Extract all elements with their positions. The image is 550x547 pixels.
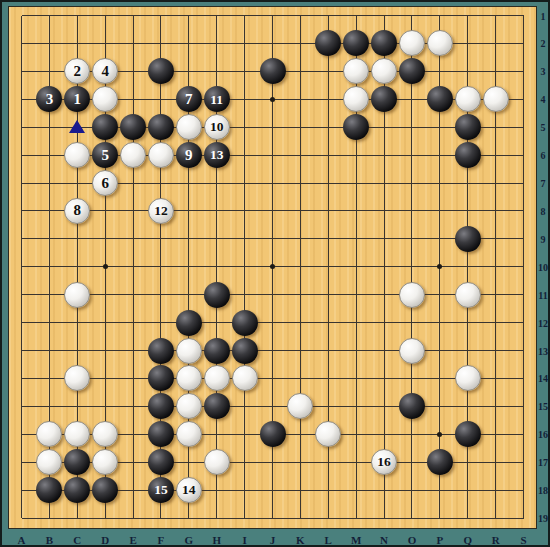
move-number-13: 13 bbox=[210, 148, 224, 162]
move-number-4: 4 bbox=[101, 64, 109, 79]
stone-white-D7: 6 bbox=[92, 170, 118, 196]
stone-white-H5: 10 bbox=[204, 114, 230, 140]
column-label-G: G bbox=[185, 534, 194, 546]
column-label-C: C bbox=[73, 534, 81, 546]
move-number-8: 8 bbox=[74, 203, 82, 218]
move-number-7: 7 bbox=[185, 92, 193, 107]
stone-black-Q16 bbox=[455, 421, 481, 447]
stone-black-Q5 bbox=[455, 114, 481, 140]
stone-black-G4: 7 bbox=[176, 86, 202, 112]
star-point-J4 bbox=[270, 97, 275, 102]
stone-black-J3 bbox=[260, 58, 286, 84]
column-label-E: E bbox=[129, 534, 136, 546]
stone-black-P4 bbox=[427, 86, 453, 112]
row-label-15: 15 bbox=[538, 401, 548, 412]
stone-black-H15 bbox=[204, 393, 230, 419]
move-number-15: 15 bbox=[154, 483, 168, 497]
stone-white-I14 bbox=[232, 365, 258, 391]
column-label-B: B bbox=[46, 534, 53, 546]
row-label-14: 14 bbox=[538, 373, 548, 384]
stone-white-H17 bbox=[204, 449, 230, 475]
stone-white-R4 bbox=[483, 86, 509, 112]
row-label-10: 10 bbox=[538, 261, 548, 272]
stone-black-F17 bbox=[148, 449, 174, 475]
stone-black-F13 bbox=[148, 338, 174, 364]
column-label-S: S bbox=[520, 534, 526, 546]
column-label-P: P bbox=[436, 534, 443, 546]
row-label-11: 11 bbox=[538, 289, 547, 300]
move-number-11: 11 bbox=[210, 93, 223, 107]
stone-black-F18: 15 bbox=[148, 477, 174, 503]
stone-black-P17 bbox=[427, 449, 453, 475]
stone-black-G6: 9 bbox=[176, 142, 202, 168]
move-number-16: 16 bbox=[377, 455, 391, 469]
row-label-6: 6 bbox=[541, 150, 546, 161]
star-point-D10 bbox=[103, 264, 108, 269]
stone-black-Q6 bbox=[455, 142, 481, 168]
row-label-3: 3 bbox=[541, 66, 546, 77]
grid-hline bbox=[22, 518, 524, 519]
stone-white-O11 bbox=[399, 282, 425, 308]
stone-black-H13 bbox=[204, 338, 230, 364]
stone-white-C11 bbox=[64, 282, 90, 308]
stone-white-H14 bbox=[204, 365, 230, 391]
column-label-J: J bbox=[270, 534, 276, 546]
move-number-1: 1 bbox=[74, 92, 82, 107]
row-label-5: 5 bbox=[541, 122, 546, 133]
stone-black-H4: 11 bbox=[204, 86, 230, 112]
column-label-I: I bbox=[242, 534, 246, 546]
column-label-A: A bbox=[18, 534, 26, 546]
stone-black-I12 bbox=[232, 310, 258, 336]
go-diagram-window: 24317111059136812161514ABCDEFGHIJKLMNOPQ… bbox=[0, 0, 550, 547]
column-label-L: L bbox=[325, 534, 332, 546]
move-number-9: 9 bbox=[185, 148, 193, 163]
row-label-12: 12 bbox=[538, 317, 548, 328]
move-number-3: 3 bbox=[46, 92, 54, 107]
stone-white-G18: 14 bbox=[176, 477, 202, 503]
row-label-7: 7 bbox=[541, 178, 546, 189]
row-label-4: 4 bbox=[541, 94, 546, 105]
move-number-5: 5 bbox=[101, 148, 109, 163]
row-label-1: 1 bbox=[541, 10, 546, 21]
move-number-2: 2 bbox=[74, 64, 82, 79]
grid-hline bbox=[22, 294, 524, 295]
column-label-N: N bbox=[380, 534, 388, 546]
stone-black-F5 bbox=[148, 114, 174, 140]
column-label-O: O bbox=[408, 534, 417, 546]
grid-vline bbox=[411, 16, 412, 519]
column-label-F: F bbox=[158, 534, 165, 546]
stone-white-F6 bbox=[148, 142, 174, 168]
column-label-Q: Q bbox=[463, 534, 472, 546]
move-number-6: 6 bbox=[101, 176, 109, 191]
column-label-R: R bbox=[492, 534, 500, 546]
stone-black-I13 bbox=[232, 338, 258, 364]
move-number-12: 12 bbox=[154, 204, 168, 218]
grid-vline bbox=[300, 16, 301, 519]
row-label-17: 17 bbox=[538, 457, 548, 468]
column-label-H: H bbox=[212, 534, 221, 546]
column-label-M: M bbox=[351, 534, 361, 546]
stone-white-O13 bbox=[399, 338, 425, 364]
row-label-9: 9 bbox=[541, 233, 546, 244]
stone-white-G5 bbox=[176, 114, 202, 140]
grid-vline bbox=[523, 16, 524, 519]
stone-white-G16 bbox=[176, 421, 202, 447]
stone-white-F8: 12 bbox=[148, 198, 174, 224]
row-label-18: 18 bbox=[538, 485, 548, 496]
stone-white-G13 bbox=[176, 338, 202, 364]
grid-hline bbox=[22, 350, 524, 351]
stone-white-E6 bbox=[120, 142, 146, 168]
grid-hline bbox=[22, 322, 524, 323]
row-label-2: 2 bbox=[541, 38, 546, 49]
stone-white-Q4 bbox=[455, 86, 481, 112]
stone-white-Q11 bbox=[455, 282, 481, 308]
row-label-16: 16 bbox=[538, 429, 548, 440]
move-number-10: 10 bbox=[210, 120, 224, 134]
row-label-19: 19 bbox=[538, 513, 548, 524]
grid-hline bbox=[22, 406, 524, 407]
column-label-D: D bbox=[101, 534, 109, 546]
row-label-8: 8 bbox=[541, 205, 546, 216]
stone-black-J16 bbox=[260, 421, 286, 447]
stone-black-G12 bbox=[176, 310, 202, 336]
stone-black-Q9 bbox=[455, 226, 481, 252]
grid-hline bbox=[22, 378, 524, 379]
stone-black-H6: 13 bbox=[204, 142, 230, 168]
move-number-14: 14 bbox=[182, 483, 196, 497]
stone-black-H11 bbox=[204, 282, 230, 308]
row-label-13: 13 bbox=[538, 345, 548, 356]
triangle-marker-C5 bbox=[69, 120, 85, 133]
column-label-K: K bbox=[296, 534, 305, 546]
